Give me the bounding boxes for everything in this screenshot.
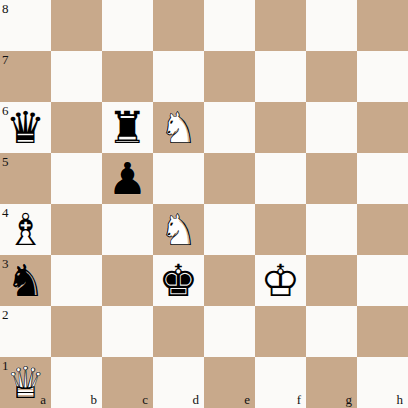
square-d4[interactable]: ♞♘ [153,204,204,255]
square-h7[interactable] [357,51,408,102]
rank-label-7: 7 [2,53,9,66]
square-g1[interactable]: g [306,357,357,408]
piece-white-queen[interactable]: ♛♕ [0,357,51,408]
file-label-e: e [244,393,250,406]
square-b6[interactable] [51,102,102,153]
square-a1[interactable]: 1a♛♕ [0,357,51,408]
square-d5[interactable] [153,153,204,204]
square-b5[interactable] [51,153,102,204]
rank-label-2: 2 [2,308,9,321]
square-h2[interactable] [357,306,408,357]
square-a8[interactable]: 8 [0,0,51,51]
square-g4[interactable] [306,204,357,255]
square-f5[interactable] [255,153,306,204]
square-h1[interactable]: h [357,357,408,408]
square-d2[interactable] [153,306,204,357]
square-e5[interactable] [204,153,255,204]
square-d7[interactable] [153,51,204,102]
square-e1[interactable]: e [204,357,255,408]
square-g5[interactable] [306,153,357,204]
knight-glyph-outline: ♘ [153,102,204,153]
file-label-h: h [397,393,404,406]
square-b2[interactable] [51,306,102,357]
file-label-c: c [142,393,148,406]
square-b4[interactable] [51,204,102,255]
piece-black-queen[interactable]: ♛ [0,102,51,153]
square-c3[interactable] [102,255,153,306]
bishop-glyph-outline: ♗ [0,204,51,255]
square-a2[interactable]: 2 [0,306,51,357]
square-g6[interactable] [306,102,357,153]
rank-label-5: 5 [2,155,9,168]
square-g8[interactable] [306,0,357,51]
square-a4[interactable]: 4♝♗ [0,204,51,255]
square-c4[interactable] [102,204,153,255]
square-f3[interactable]: ♚♔ [255,255,306,306]
file-label-d: d [193,393,200,406]
square-f8[interactable] [255,0,306,51]
square-d6[interactable]: ♞♘ [153,102,204,153]
square-e3[interactable] [204,255,255,306]
square-a7[interactable]: 7 [0,51,51,102]
rank-label-8: 8 [2,2,9,15]
square-e4[interactable] [204,204,255,255]
square-b7[interactable] [51,51,102,102]
file-label-f: f [297,393,301,406]
square-c6[interactable]: ♜ [102,102,153,153]
square-a5[interactable]: 5 [0,153,51,204]
square-h6[interactable] [357,102,408,153]
file-label-b: b [91,393,98,406]
square-c5[interactable]: ♟ [102,153,153,204]
square-g3[interactable] [306,255,357,306]
square-f2[interactable] [255,306,306,357]
square-g2[interactable] [306,306,357,357]
square-d1[interactable]: d [153,357,204,408]
piece-white-knight[interactable]: ♞♘ [153,204,204,255]
square-c7[interactable] [102,51,153,102]
square-c8[interactable] [102,0,153,51]
square-f1[interactable]: f [255,357,306,408]
square-b1[interactable]: b [51,357,102,408]
square-b3[interactable] [51,255,102,306]
square-h5[interactable] [357,153,408,204]
square-e7[interactable] [204,51,255,102]
chess-board: 876♛♜♞♘5♟4♝♗♞♘3♞♚♚♔21a♛♕bcdefgh [0,0,408,408]
queen-glyph-outline: ♕ [0,357,51,408]
square-g7[interactable] [306,51,357,102]
square-a6[interactable]: 6♛ [0,102,51,153]
piece-black-king[interactable]: ♚ [153,255,204,306]
king-glyph-outline: ♔ [255,255,306,306]
square-e2[interactable] [204,306,255,357]
square-a3[interactable]: 3♞ [0,255,51,306]
piece-black-knight[interactable]: ♞ [0,255,51,306]
square-f4[interactable] [255,204,306,255]
square-d3[interactable]: ♚ [153,255,204,306]
square-e6[interactable] [204,102,255,153]
piece-white-bishop[interactable]: ♝♗ [0,204,51,255]
square-h4[interactable] [357,204,408,255]
square-h8[interactable] [357,0,408,51]
piece-black-rook[interactable]: ♜ [102,102,153,153]
square-b8[interactable] [51,0,102,51]
square-h3[interactable] [357,255,408,306]
file-label-g: g [346,393,353,406]
piece-white-king[interactable]: ♚♔ [255,255,306,306]
square-c2[interactable] [102,306,153,357]
square-f6[interactable] [255,102,306,153]
knight-glyph-outline: ♘ [153,204,204,255]
piece-black-pawn[interactable]: ♟ [102,153,153,204]
piece-white-knight[interactable]: ♞♘ [153,102,204,153]
square-f7[interactable] [255,51,306,102]
square-e8[interactable] [204,0,255,51]
square-d8[interactable] [153,0,204,51]
square-c1[interactable]: c [102,357,153,408]
